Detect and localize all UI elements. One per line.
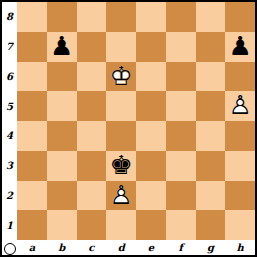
black-king-glyph: ♚ (106, 151, 136, 181)
square-h2[interactable] (225, 181, 255, 211)
white-pawn[interactable]: ♟♙ (106, 181, 136, 211)
black-king[interactable]: ♚ (106, 151, 136, 181)
square-d7[interactable] (106, 32, 136, 62)
chess-diagram: 87654321 ♟♟♚♔♟♙♚♟♙ abcdefgh (0, 0, 257, 257)
square-h3[interactable] (225, 151, 255, 181)
square-h7[interactable]: ♟ (225, 32, 255, 62)
rank-label-4: 4 (2, 121, 17, 151)
black-pawn[interactable]: ♟ (225, 32, 255, 62)
square-f1[interactable] (166, 210, 196, 240)
square-g2[interactable] (196, 181, 226, 211)
white-to-move-indicator (4, 243, 16, 255)
file-label-h: h (225, 240, 255, 255)
rank-label-5: 5 (2, 91, 17, 121)
square-c7[interactable] (77, 32, 107, 62)
square-c4[interactable] (77, 121, 107, 151)
white-pawn-outline: ♙ (106, 181, 136, 211)
square-c1[interactable] (77, 210, 107, 240)
square-d5[interactable] (106, 91, 136, 121)
square-d4[interactable] (106, 121, 136, 151)
square-b7[interactable]: ♟ (47, 32, 77, 62)
square-g8[interactable] (196, 2, 226, 32)
rank-labels: 87654321 (2, 2, 17, 240)
white-king[interactable]: ♚♔ (106, 62, 136, 92)
file-label-d: d (106, 240, 136, 255)
square-f4[interactable] (166, 121, 196, 151)
square-h8[interactable] (225, 2, 255, 32)
rank-label-2: 2 (2, 181, 17, 211)
square-g6[interactable] (196, 62, 226, 92)
square-d1[interactable] (106, 210, 136, 240)
square-c3[interactable] (77, 151, 107, 181)
square-c6[interactable] (77, 62, 107, 92)
file-label-f: f (166, 240, 196, 255)
square-d3[interactable]: ♚ (106, 151, 136, 181)
square-a2[interactable] (17, 181, 47, 211)
square-c8[interactable] (77, 2, 107, 32)
square-e6[interactable] (136, 62, 166, 92)
square-f6[interactable] (166, 62, 196, 92)
square-g4[interactable] (196, 121, 226, 151)
square-b2[interactable] (47, 181, 77, 211)
file-label-c: c (77, 240, 107, 255)
file-label-e: e (136, 240, 166, 255)
square-h4[interactable] (225, 121, 255, 151)
square-h6[interactable] (225, 62, 255, 92)
square-e8[interactable] (136, 2, 166, 32)
square-d8[interactable] (106, 2, 136, 32)
square-e1[interactable] (136, 210, 166, 240)
file-label-b: b (47, 240, 77, 255)
square-g1[interactable] (196, 210, 226, 240)
chess-board: ♟♟♚♔♟♙♚♟♙ (17, 2, 255, 240)
square-g7[interactable] (196, 32, 226, 62)
square-e2[interactable] (136, 181, 166, 211)
square-e5[interactable] (136, 91, 166, 121)
square-c5[interactable] (77, 91, 107, 121)
square-a4[interactable] (17, 121, 47, 151)
square-h1[interactable] (225, 210, 255, 240)
square-d6[interactable]: ♚♔ (106, 62, 136, 92)
square-f2[interactable] (166, 181, 196, 211)
square-f8[interactable] (166, 2, 196, 32)
square-c2[interactable] (77, 181, 107, 211)
file-label-a: a (17, 240, 47, 255)
black-pawn-glyph: ♟ (225, 32, 255, 62)
white-king-outline: ♔ (106, 62, 136, 92)
rank-label-3: 3 (2, 151, 17, 181)
file-labels: abcdefgh (17, 240, 255, 255)
square-b8[interactable] (47, 2, 77, 32)
square-a6[interactable] (17, 62, 47, 92)
square-f7[interactable] (166, 32, 196, 62)
square-e3[interactable] (136, 151, 166, 181)
black-pawn[interactable]: ♟ (47, 32, 77, 62)
black-pawn-glyph: ♟ (47, 32, 77, 62)
square-e7[interactable] (136, 32, 166, 62)
square-g3[interactable] (196, 151, 226, 181)
square-a3[interactable] (17, 151, 47, 181)
square-d2[interactable]: ♟♙ (106, 181, 136, 211)
white-pawn[interactable]: ♟♙ (225, 91, 255, 121)
square-e4[interactable] (136, 121, 166, 151)
square-g5[interactable] (196, 91, 226, 121)
square-b4[interactable] (47, 121, 77, 151)
square-a7[interactable] (17, 32, 47, 62)
file-label-g: g (196, 240, 226, 255)
rank-label-6: 6 (2, 62, 17, 92)
rank-label-1: 1 (2, 210, 17, 240)
square-f3[interactable] (166, 151, 196, 181)
white-pawn-outline: ♙ (225, 91, 255, 121)
square-a5[interactable] (17, 91, 47, 121)
rank-label-8: 8 (2, 2, 17, 32)
square-a8[interactable] (17, 2, 47, 32)
square-b1[interactable] (47, 210, 77, 240)
square-h5[interactable]: ♟♙ (225, 91, 255, 121)
square-f5[interactable] (166, 91, 196, 121)
square-a1[interactable] (17, 210, 47, 240)
square-b5[interactable] (47, 91, 77, 121)
square-b6[interactable] (47, 62, 77, 92)
square-b3[interactable] (47, 151, 77, 181)
rank-label-7: 7 (2, 32, 17, 62)
